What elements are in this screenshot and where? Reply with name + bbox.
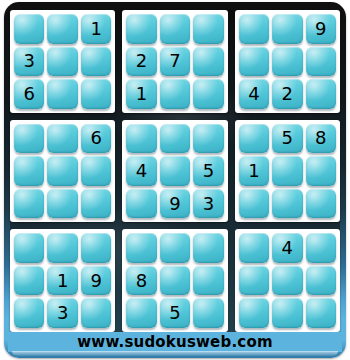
sudoku-board-frame: 13627194264593581193854 www.sudokusweb.c… xyxy=(4,2,346,358)
block-1-2: 271 xyxy=(122,10,227,113)
cell-r8c7[interactable] xyxy=(239,266,269,296)
cell-r5c4[interactable]: 4 xyxy=(126,156,156,186)
cell-r1c1[interactable] xyxy=(14,14,44,44)
cell-r3c4[interactable]: 1 xyxy=(126,79,156,109)
website-footer: www.sudokusweb.com xyxy=(8,332,342,352)
cell-r6c1[interactable] xyxy=(14,189,44,219)
cell-r6c3[interactable] xyxy=(81,189,111,219)
cell-r4c3[interactable]: 6 xyxy=(81,124,111,154)
cell-r7c6[interactable] xyxy=(193,233,223,263)
block-2-2: 4593 xyxy=(122,120,227,223)
cell-r8c8[interactable] xyxy=(272,266,302,296)
cell-r8c5[interactable] xyxy=(160,266,190,296)
cell-r3c2[interactable] xyxy=(47,79,77,109)
cell-r2c4[interactable]: 2 xyxy=(126,47,156,77)
cell-r7c8[interactable]: 4 xyxy=(272,233,302,263)
cell-r4c7[interactable] xyxy=(239,124,269,154)
cell-r5c6[interactable]: 5 xyxy=(193,156,223,186)
cell-r7c4[interactable] xyxy=(126,233,156,263)
cell-r1c8[interactable] xyxy=(272,14,302,44)
cell-r3c7[interactable]: 4 xyxy=(239,79,269,109)
cell-r2c2[interactable] xyxy=(47,47,77,77)
cell-r4c2[interactable] xyxy=(47,124,77,154)
cell-r9c6[interactable] xyxy=(193,298,223,328)
cell-r2c9[interactable] xyxy=(306,47,336,77)
cell-r9c7[interactable] xyxy=(239,298,269,328)
cell-r6c6[interactable]: 3 xyxy=(193,189,223,219)
cell-r8c2[interactable]: 1 xyxy=(47,266,77,296)
cell-r1c6[interactable] xyxy=(193,14,223,44)
cell-r1c9[interactable]: 9 xyxy=(306,14,336,44)
cell-r5c8[interactable] xyxy=(272,156,302,186)
cell-r3c1[interactable]: 6 xyxy=(14,79,44,109)
cell-r1c3[interactable]: 1 xyxy=(81,14,111,44)
cell-r5c9[interactable] xyxy=(306,156,336,186)
cell-r2c8[interactable] xyxy=(272,47,302,77)
cell-r3c6[interactable] xyxy=(193,79,223,109)
cell-r4c8[interactable]: 5 xyxy=(272,124,302,154)
cell-r6c8[interactable] xyxy=(272,189,302,219)
cell-r2c7[interactable] xyxy=(239,47,269,77)
cell-r7c2[interactable] xyxy=(47,233,77,263)
cell-r7c9[interactable] xyxy=(306,233,336,263)
cell-r2c3[interactable] xyxy=(81,47,111,77)
cell-r5c7[interactable]: 1 xyxy=(239,156,269,186)
cell-r9c4[interactable] xyxy=(126,298,156,328)
block-3-1: 193 xyxy=(10,229,115,332)
cell-r8c4[interactable]: 8 xyxy=(126,266,156,296)
cell-r5c5[interactable] xyxy=(160,156,190,186)
cell-r6c7[interactable] xyxy=(239,189,269,219)
sudoku-grid: 13627194264593581193854 xyxy=(10,10,340,332)
cell-r2c5[interactable]: 7 xyxy=(160,47,190,77)
cell-r8c9[interactable] xyxy=(306,266,336,296)
cell-r7c5[interactable] xyxy=(160,233,190,263)
block-1-1: 136 xyxy=(10,10,115,113)
cell-r1c2[interactable] xyxy=(47,14,77,44)
cell-r5c2[interactable] xyxy=(47,156,77,186)
cell-r4c5[interactable] xyxy=(160,124,190,154)
cell-r9c2[interactable]: 3 xyxy=(47,298,77,328)
block-3-3: 4 xyxy=(235,229,340,332)
block-3-2: 85 xyxy=(122,229,227,332)
block-2-1: 6 xyxy=(10,120,115,223)
cell-r3c3[interactable] xyxy=(81,79,111,109)
cell-r5c3[interactable] xyxy=(81,156,111,186)
cell-r4c6[interactable] xyxy=(193,124,223,154)
cell-r4c4[interactable] xyxy=(126,124,156,154)
cell-r9c8[interactable] xyxy=(272,298,302,328)
cell-r3c8[interactable]: 2 xyxy=(272,79,302,109)
cell-r1c7[interactable] xyxy=(239,14,269,44)
website-link[interactable]: www.sudokusweb.com xyxy=(77,333,272,351)
cell-r1c4[interactable] xyxy=(126,14,156,44)
cell-r5c1[interactable] xyxy=(14,156,44,186)
cell-r6c5[interactable]: 9 xyxy=(160,189,190,219)
cell-r2c1[interactable]: 3 xyxy=(14,47,44,77)
cell-r7c7[interactable] xyxy=(239,233,269,263)
block-1-3: 942 xyxy=(235,10,340,113)
cell-r9c5[interactable]: 5 xyxy=(160,298,190,328)
cell-r8c1[interactable] xyxy=(14,266,44,296)
cell-r1c5[interactable] xyxy=(160,14,190,44)
cell-r3c9[interactable] xyxy=(306,79,336,109)
cell-r7c3[interactable] xyxy=(81,233,111,263)
cell-r4c1[interactable] xyxy=(14,124,44,154)
cell-r7c1[interactable] xyxy=(14,233,44,263)
cell-r9c1[interactable] xyxy=(14,298,44,328)
cell-r9c3[interactable] xyxy=(81,298,111,328)
cell-r4c9[interactable]: 8 xyxy=(306,124,336,154)
cell-r8c6[interactable] xyxy=(193,266,223,296)
cell-r6c4[interactable] xyxy=(126,189,156,219)
cell-r8c3[interactable]: 9 xyxy=(81,266,111,296)
cell-r9c9[interactable] xyxy=(306,298,336,328)
cell-r6c2[interactable] xyxy=(47,189,77,219)
block-2-3: 581 xyxy=(235,120,340,223)
cell-r6c9[interactable] xyxy=(306,189,336,219)
cell-r2c6[interactable] xyxy=(193,47,223,77)
cell-r3c5[interactable] xyxy=(160,79,190,109)
